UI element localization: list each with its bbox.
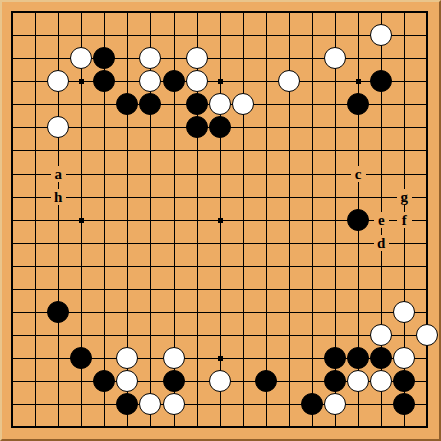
black-stone [347, 93, 369, 115]
point-label-h: h [51, 189, 66, 205]
white-stone [370, 370, 392, 392]
black-stone [70, 347, 92, 369]
white-stone [186, 47, 208, 69]
black-stone [347, 347, 369, 369]
black-stone [393, 370, 415, 392]
white-stone [116, 347, 138, 369]
white-stone [163, 393, 185, 415]
white-stone [47, 70, 69, 92]
white-stone [186, 70, 208, 92]
white-stone [370, 324, 392, 346]
point-label-f: f [397, 212, 412, 228]
black-stone [116, 93, 138, 115]
black-stone [186, 93, 208, 115]
black-stone [255, 370, 277, 392]
point-label-c: c [351, 166, 366, 182]
black-stone [163, 70, 185, 92]
black-stone [393, 393, 415, 415]
white-stone [139, 393, 161, 415]
white-stone [278, 70, 300, 92]
white-stone [232, 93, 254, 115]
white-stone [209, 93, 231, 115]
black-stone [93, 70, 115, 92]
black-stone [47, 301, 69, 323]
go-board-diagram: achgefd [0, 0, 441, 441]
black-stone [186, 116, 208, 138]
black-stone [116, 393, 138, 415]
white-stone [393, 301, 415, 323]
black-stone [163, 370, 185, 392]
white-stone [47, 116, 69, 138]
black-stone [370, 70, 392, 92]
black-stone [301, 393, 323, 415]
white-stone [139, 70, 161, 92]
point-label-e: e [374, 212, 389, 228]
white-stone [370, 24, 392, 46]
white-stone [324, 47, 346, 69]
white-stone [209, 370, 231, 392]
white-stone [324, 393, 346, 415]
goban: achgefd [0, 0, 439, 439]
white-stone [70, 47, 92, 69]
black-stone [347, 209, 369, 231]
point-label-d: d [374, 235, 389, 251]
white-stone [347, 370, 369, 392]
white-stone [116, 370, 138, 392]
black-stone [209, 116, 231, 138]
black-stone [324, 347, 346, 369]
white-stone [393, 347, 415, 369]
white-stone [416, 324, 438, 346]
white-stone [163, 347, 185, 369]
black-stone [93, 47, 115, 69]
point-label-g: g [397, 189, 412, 205]
point-label-a: a [51, 166, 66, 182]
black-stone [324, 370, 346, 392]
black-stone [139, 93, 161, 115]
black-stone [370, 347, 392, 369]
white-stone [139, 47, 161, 69]
black-stone [93, 370, 115, 392]
